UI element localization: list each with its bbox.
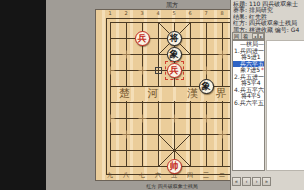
- file-label-top: 4: [153, 10, 163, 16]
- file-label-top: 1: [105, 10, 115, 16]
- file-label-bottom: 四: [185, 171, 195, 180]
- file-label-bottom: 九: [105, 171, 115, 180]
- comment-pane: [266, 40, 304, 171]
- prev-move-button[interactable]: ‹: [242, 177, 251, 186]
- move-list[interactable]: —棋局—1.兵四进一将5进1兵六平五象7进5*2.兵五进一将5平44.兵五平六将…: [232, 40, 265, 171]
- red-side-caption: 红方 四兵破双象士残局: [95, 183, 249, 189]
- file-label-top: 7: [201, 10, 211, 16]
- piece-red-帅[interactable]: 帅: [167, 159, 182, 174]
- file-label-top: 2: [121, 10, 131, 16]
- file-label-bottom: 七: [137, 171, 147, 180]
- right-panel: 标题: 110 四兵破双象士赛事: 排局研究结果: 红先胜红方: 四兵破双象士残…: [230, 0, 304, 190]
- next-move-button[interactable]: ›: [252, 177, 261, 186]
- file-label-top: 3: [137, 10, 147, 16]
- piece-black-象[interactable]: 象: [199, 79, 214, 94]
- file-label-bottom: 八: [121, 171, 131, 180]
- header-round-col: 回: [233, 33, 242, 39]
- file-label-top: 6: [185, 10, 195, 16]
- header-move-col: 着法: [242, 33, 252, 39]
- file-label-bottom: 六: [153, 171, 163, 180]
- file-label-bottom: 二: [217, 171, 227, 180]
- file-label-top: 5: [169, 10, 179, 16]
- piece-black-象[interactable]: 象: [167, 47, 182, 62]
- first-move-button[interactable]: «: [232, 177, 241, 186]
- file-label-top: 8: [217, 10, 227, 16]
- move-row[interactable]: 6.兵六平五*: [233, 100, 264, 107]
- file-label-bottom: 三: [201, 171, 211, 180]
- header-next-button[interactable]: ▸: [258, 33, 264, 39]
- piece-red-兵[interactable]: 兵: [167, 63, 182, 78]
- move-origin-marker: [155, 67, 162, 74]
- move-text: 兵六平五: [240, 100, 264, 107]
- nav-toolbar: «‹›»: [232, 177, 271, 186]
- piece-black-将[interactable]: 将: [167, 31, 182, 46]
- last-move-button[interactable]: »: [262, 177, 271, 186]
- move-list-header: 回 着法 ◂ ▸: [232, 32, 265, 40]
- game-info-block: 标题: 110 四兵破双象士赛事: 排局研究结果: 红先胜红方: 四兵破双象士残…: [233, 1, 304, 33]
- piece-red-兵[interactable]: 兵: [135, 31, 150, 46]
